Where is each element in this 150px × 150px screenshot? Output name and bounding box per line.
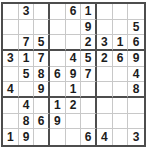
- cell-r4c3-given: 7: [34, 51, 50, 67]
- cell-r7c1-empty[interactable]: [3, 98, 19, 114]
- cell-r2c5-empty[interactable]: [66, 20, 82, 36]
- cell-r7c9-empty[interactable]: [128, 98, 144, 114]
- cell-r4c7-given: 2: [97, 51, 113, 67]
- sudoku-page: 3619575231631745269586974491841286919643: [0, 0, 150, 150]
- cell-r9c4-empty[interactable]: [50, 129, 66, 145]
- cell-r3c7-given: 3: [97, 35, 113, 51]
- cell-r6c8-empty[interactable]: [113, 82, 129, 98]
- cell-r5c5-given: 9: [66, 67, 82, 83]
- cell-r9c3-empty[interactable]: [34, 129, 50, 145]
- cell-r8c1-empty[interactable]: [3, 114, 19, 130]
- cell-r8c4-given: 9: [50, 114, 66, 130]
- cell-r2c7-empty[interactable]: [97, 20, 113, 36]
- cell-r1c7-empty[interactable]: [97, 4, 113, 20]
- cell-r8c2-given: 8: [19, 114, 35, 130]
- cell-r1c3-empty[interactable]: [34, 4, 50, 20]
- cell-r5c1-empty[interactable]: [3, 67, 19, 83]
- cell-r2c9-given: 5: [128, 20, 144, 36]
- cell-r9c9-given: 3: [128, 129, 144, 145]
- cell-r7c7-empty[interactable]: [97, 98, 113, 114]
- cell-r5c9-given: 4: [128, 67, 144, 83]
- cell-r6c7-empty[interactable]: [97, 82, 113, 98]
- cell-r6c4-empty[interactable]: [50, 82, 66, 98]
- cell-r6c2-empty[interactable]: [19, 82, 35, 98]
- cell-r2c6-given: 9: [81, 20, 97, 36]
- cell-r7c5-given: 2: [66, 98, 82, 114]
- cell-r8c6-empty[interactable]: [81, 114, 97, 130]
- cell-r1c5-given: 6: [66, 4, 82, 20]
- cell-r4c5-given: 4: [66, 51, 82, 67]
- cell-r9c6-given: 6: [81, 129, 97, 145]
- cell-r1c9-empty[interactable]: [128, 4, 144, 20]
- cell-r3c2-given: 7: [19, 35, 35, 51]
- cell-r9c5-empty[interactable]: [66, 129, 82, 145]
- cell-r4c8-given: 6: [113, 51, 129, 67]
- cell-r8c9-empty[interactable]: [128, 114, 144, 130]
- cell-r5c8-empty[interactable]: [113, 67, 129, 83]
- cell-r8c5-empty[interactable]: [66, 114, 82, 130]
- cell-r6c6-empty[interactable]: [81, 82, 97, 98]
- cell-r3c6-given: 2: [81, 35, 97, 51]
- cell-r3c4-empty[interactable]: [50, 35, 66, 51]
- cell-r4c1-given: 3: [3, 51, 19, 67]
- cell-r5c2-given: 5: [19, 67, 35, 83]
- cell-r4c2-given: 1: [19, 51, 35, 67]
- cell-r2c4-empty[interactable]: [50, 20, 66, 36]
- cell-r3c9-given: 6: [128, 35, 144, 51]
- cell-r3c8-given: 1: [113, 35, 129, 51]
- cell-r6c9-given: 8: [128, 82, 144, 98]
- cell-r9c2-given: 9: [19, 129, 35, 145]
- cell-r6c5-given: 1: [66, 82, 82, 98]
- cell-r2c1-empty[interactable]: [3, 20, 19, 36]
- cell-r9c8-empty[interactable]: [113, 129, 129, 145]
- cell-r1c2-given: 3: [19, 4, 35, 20]
- cell-r5c3-given: 8: [34, 67, 50, 83]
- cell-r9c7-given: 4: [97, 129, 113, 145]
- cell-r7c2-given: 4: [19, 98, 35, 114]
- cell-r6c1-given: 4: [3, 82, 19, 98]
- cell-r4c4-empty[interactable]: [50, 51, 66, 67]
- cell-r4c6-given: 5: [81, 51, 97, 67]
- cell-r7c3-empty[interactable]: [34, 98, 50, 114]
- sudoku-board: 3619575231631745269586974491841286919643: [1, 2, 146, 147]
- cell-r8c8-empty[interactable]: [113, 114, 129, 130]
- cell-r3c1-empty[interactable]: [3, 35, 19, 51]
- cell-r7c4-given: 1: [50, 98, 66, 114]
- cell-r5c6-given: 7: [81, 67, 97, 83]
- cell-r5c7-empty[interactable]: [97, 67, 113, 83]
- cell-r4c9-given: 9: [128, 51, 144, 67]
- cell-r1c4-empty[interactable]: [50, 4, 66, 20]
- cell-r5c4-given: 6: [50, 67, 66, 83]
- cell-r2c3-empty[interactable]: [34, 20, 50, 36]
- cell-r7c6-empty[interactable]: [81, 98, 97, 114]
- cell-r2c2-empty[interactable]: [19, 20, 35, 36]
- cell-r9c1-given: 1: [3, 129, 19, 145]
- cell-r3c3-given: 5: [34, 35, 50, 51]
- cell-r1c8-empty[interactable]: [113, 4, 129, 20]
- cell-r7c8-empty[interactable]: [113, 98, 129, 114]
- cell-r2c8-empty[interactable]: [113, 20, 129, 36]
- cell-r1c6-given: 1: [81, 4, 97, 20]
- cell-r8c7-empty[interactable]: [97, 114, 113, 130]
- cell-r3c5-empty[interactable]: [66, 35, 82, 51]
- cell-r8c3-given: 6: [34, 114, 50, 130]
- cell-r1c1-empty[interactable]: [3, 4, 19, 20]
- cell-r6c3-given: 9: [34, 82, 50, 98]
